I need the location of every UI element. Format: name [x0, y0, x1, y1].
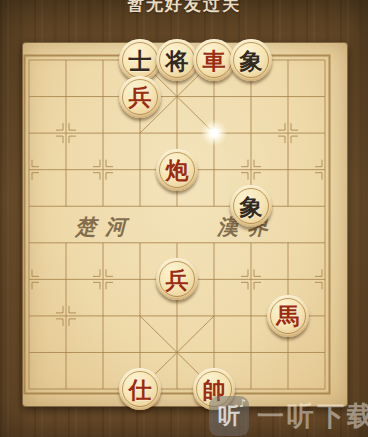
piece-red-soldier[interactable]: 兵	[119, 76, 161, 118]
piece-glyph: 炮	[166, 158, 189, 181]
yiting-logo-glyph: 听	[218, 401, 240, 431]
piece-red-advisor[interactable]: 仕	[119, 368, 161, 410]
piece-glyph: 兵	[166, 268, 189, 291]
piece-glyph: 象	[240, 195, 263, 218]
watermark-label: 一听下载	[257, 396, 368, 436]
piece-glyph: 士	[129, 49, 152, 72]
status-text: 暂无好友过关	[0, 0, 368, 16]
piece-glyph: 馬	[277, 304, 300, 327]
piece-red-horse[interactable]: 馬	[267, 295, 309, 337]
yiting-logo-icon: 听 ♪	[209, 396, 249, 436]
piece-black-general[interactable]: 将	[156, 39, 198, 81]
piece-black-elephant[interactable]: 象	[230, 185, 272, 227]
piece-red-chariot[interactable]: 車	[193, 39, 235, 81]
xiangqi-board[interactable]: 楚河 漢界 士将車象兵炮象兵馬仕帥	[22, 42, 348, 407]
piece-red-cannon[interactable]: 炮	[156, 149, 198, 191]
piece-glyph: 兵	[129, 85, 152, 108]
piece-black-advisor[interactable]: 士	[119, 39, 161, 81]
app-window: 暂无好友过关 楚河 漢界 士将車象兵炮象兵馬仕帥 听 ♪ 一听下载	[0, 0, 368, 437]
watermark: 听 ♪ 一听下载	[209, 396, 368, 436]
board-grid	[23, 43, 349, 408]
piece-black-elephant[interactable]: 象	[230, 39, 272, 81]
piece-glyph: 象	[240, 49, 263, 72]
piece-glyph: 車	[203, 49, 226, 72]
music-note-icon: ♪	[239, 397, 246, 410]
river-label-chu: 楚河	[75, 213, 135, 241]
piece-glyph: 仕	[129, 378, 152, 401]
piece-glyph: 将	[166, 49, 189, 72]
